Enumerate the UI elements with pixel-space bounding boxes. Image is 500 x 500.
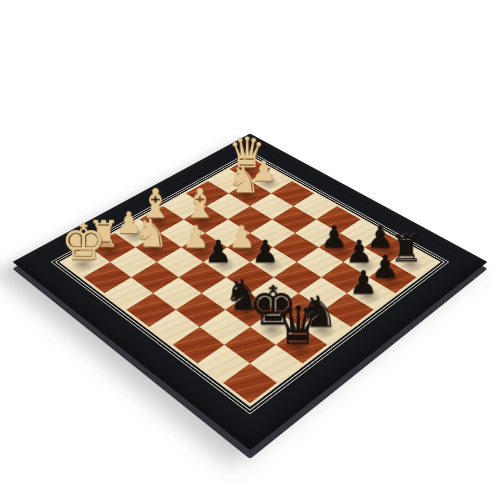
scene: ♛♟♞♝♝♟♜♞♟♟♟♟♚♟♟♟♜♟♟♞♚♞♛: [0, 0, 500, 500]
product-photo-canvas: ♛♟♞♝♝♟♜♞♟♟♟♟♚♟♟♟♜♟♟♞♚♞♛: [0, 0, 500, 500]
black-queen-glyph: ♛: [274, 299, 311, 351]
black-pawn-glyph: ♟: [346, 266, 381, 298]
black-pawn-glyph: ♟: [202, 236, 235, 267]
black-pawn-glyph: ♟: [249, 236, 282, 267]
piece-white-knight-b3[interactable]: ♞: [135, 233, 181, 262]
chess-board: ♛♟♞♝♝♟♜♞♟♟♟♟♚♟♟♟♜♟♟♞♚♞♛: [12, 134, 487, 451]
white-knight-glyph: ♞: [133, 213, 166, 253]
white-knight-glyph: ♞: [227, 161, 257, 198]
white-king-glyph: ♚: [61, 217, 94, 267]
